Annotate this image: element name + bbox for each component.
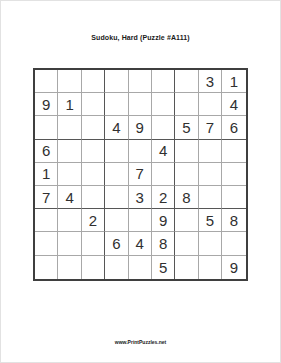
cell-r2c2: 1 [58,93,81,116]
cell-r5c5: 7 [129,163,152,186]
cell-r3c6 [152,116,175,139]
cell-r3c7: 5 [175,116,198,139]
cell-r9c2 [58,256,81,279]
sudoku-page: Sudoku, Hard (Puzzle #A111) 319144957664… [0,0,281,363]
cell-r9c3 [82,256,105,279]
cell-r5c4 [105,163,128,186]
cell-r3c9: 6 [222,116,245,139]
cell-r3c3 [82,116,105,139]
cell-r8c4: 6 [105,232,128,255]
cell-r5c2 [58,163,81,186]
cell-r8c8 [199,232,222,255]
cell-r7c1 [35,209,58,232]
cell-r4c3 [82,140,105,163]
cell-r9c5 [129,256,152,279]
cell-r3c8: 7 [199,116,222,139]
cell-r3c4: 4 [105,116,128,139]
cell-r2c7 [175,93,198,116]
cell-r1c8: 3 [199,70,222,93]
cell-r6c2: 4 [58,186,81,209]
cell-r9c7 [175,256,198,279]
cell-r1c4 [105,70,128,93]
cell-r7c8: 5 [199,209,222,232]
cell-r7c7 [175,209,198,232]
cell-r8c9 [222,232,245,255]
cell-r8c2 [58,232,81,255]
cell-r8c3 [82,232,105,255]
cell-r7c3: 2 [82,209,105,232]
cell-r9c1 [35,256,58,279]
cell-r6c1: 7 [35,186,58,209]
cell-r8c5: 4 [129,232,152,255]
cell-r7c2 [58,209,81,232]
cell-r6c3 [82,186,105,209]
cell-r1c2 [58,70,81,93]
cell-r4c2 [58,140,81,163]
puzzle-title: Sudoku, Hard (Puzzle #A111) [1,34,280,41]
footer-url: www.PrintPuzzles.net [1,339,280,345]
cell-r9c8 [199,256,222,279]
cell-r9c4 [105,256,128,279]
cell-r4c6: 4 [152,140,175,163]
cell-r2c8 [199,93,222,116]
cell-r8c1 [35,232,58,255]
cell-r5c3 [82,163,105,186]
cell-r1c5 [129,70,152,93]
cell-r4c4 [105,140,128,163]
cell-r1c3 [82,70,105,93]
cell-r6c7: 8 [175,186,198,209]
cell-r1c9: 1 [222,70,245,93]
cell-r7c9: 8 [222,209,245,232]
cell-r9c6: 5 [152,256,175,279]
cell-r4c1: 6 [35,140,58,163]
cell-r2c1: 9 [35,93,58,116]
sudoku-board: 3191449576641774328295864859 [33,68,248,281]
cell-r5c9 [222,163,245,186]
cell-r6c8 [199,186,222,209]
cell-r4c8 [199,140,222,163]
cell-r4c9 [222,140,245,163]
cell-r5c1: 1 [35,163,58,186]
cell-r8c7 [175,232,198,255]
cell-r6c5: 3 [129,186,152,209]
cell-r2c5 [129,93,152,116]
cell-r2c6 [152,93,175,116]
cell-r8c6: 8 [152,232,175,255]
cell-r1c1 [35,70,58,93]
cell-r1c7 [175,70,198,93]
cell-r3c1 [35,116,58,139]
cell-r1c6 [152,70,175,93]
cell-r9c9: 9 [222,256,245,279]
cell-r4c7 [175,140,198,163]
cell-r4c5 [129,140,152,163]
cell-r3c5: 9 [129,116,152,139]
cell-r6c6: 2 [152,186,175,209]
cell-r2c3 [82,93,105,116]
cell-r3c2 [58,116,81,139]
cell-r6c9 [222,186,245,209]
cell-r7c6: 9 [152,209,175,232]
cell-r7c5 [129,209,152,232]
cell-r2c9: 4 [222,93,245,116]
cell-r7c4 [105,209,128,232]
cell-r6c4 [105,186,128,209]
cell-r5c6 [152,163,175,186]
cell-r5c7 [175,163,198,186]
cell-r2c4 [105,93,128,116]
cell-r5c8 [199,163,222,186]
